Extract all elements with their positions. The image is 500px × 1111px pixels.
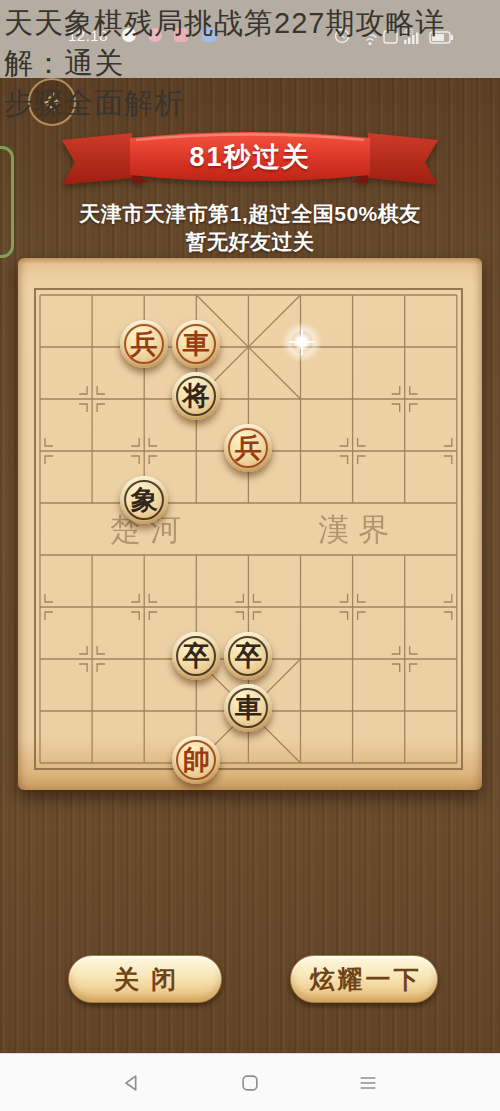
- android-nav-bar: [0, 1053, 500, 1111]
- nav-home-icon[interactable]: [238, 1071, 262, 1095]
- piece-red-兵[interactable]: 兵: [224, 424, 272, 472]
- piece-black-象[interactable]: 象: [120, 476, 168, 524]
- piece-black-卒[interactable]: 卒: [172, 632, 220, 680]
- clear-time-banner: 81秒过关: [130, 138, 370, 176]
- page-title-line2: 步骤全面解析: [4, 83, 498, 123]
- ranking-line: 天津市天津市第1,超过全国50%棋友: [0, 200, 500, 228]
- nav-back-icon[interactable]: [120, 1071, 144, 1095]
- result-ribbon: 81秒过关: [58, 126, 442, 190]
- show-off-button[interactable]: 炫耀一下: [290, 955, 438, 1003]
- xiangqi-board[interactable]: 楚河 漢界 兵車将兵象卒卒車帥: [18, 258, 482, 790]
- ribbon-right-wing: [368, 133, 438, 185]
- page-title: 天天象棋残局挑战第227期攻略详解：通关 步骤全面解析: [4, 3, 498, 123]
- friends-line: 暂无好友过关: [0, 228, 500, 256]
- ranking-stats: 天津市天津市第1,超过全国50%棋友 暂无好友过关: [0, 200, 500, 256]
- piece-red-車[interactable]: 車: [172, 320, 220, 368]
- sparkle-effect: [279, 319, 325, 365]
- nav-menu-icon[interactable]: [356, 1071, 380, 1095]
- board-pieces: 兵車将兵象卒卒車帥: [18, 258, 482, 790]
- piece-black-卒[interactable]: 卒: [224, 632, 272, 680]
- piece-black-将[interactable]: 将: [172, 372, 220, 420]
- piece-red-兵[interactable]: 兵: [120, 320, 168, 368]
- piece-red-帥[interactable]: 帥: [172, 736, 220, 784]
- close-button[interactable]: 关闭: [68, 955, 222, 1003]
- app-screen: 12:18 4G: [0, 0, 500, 1111]
- title-header: 12:18 4G: [0, 0, 500, 78]
- piece-black-車[interactable]: 車: [224, 684, 272, 732]
- page-title-line1: 天天象棋残局挑战第227期攻略详解：通关: [4, 3, 498, 83]
- ribbon-left-wing: [62, 133, 132, 185]
